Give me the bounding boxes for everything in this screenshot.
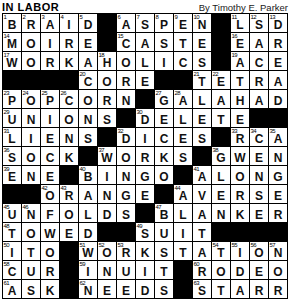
cell-letter: E — [160, 110, 168, 126]
grid-cell: T — [22, 242, 40, 260]
grid-cell: 33R — [231, 128, 249, 146]
cell-number: 44 — [175, 185, 181, 191]
cell-number: 60 — [194, 261, 200, 267]
cell-letter: O — [45, 243, 54, 259]
cell-letter: S — [27, 281, 35, 297]
cell-number: 46 — [23, 204, 29, 210]
grid-cell: 1B — [3, 14, 21, 32]
grid-cell: I — [41, 33, 59, 51]
grid-cell: I — [136, 128, 154, 146]
grid-cell: S — [155, 280, 173, 298]
cell-letter: W — [234, 148, 245, 164]
cell-letter: K — [141, 243, 150, 259]
grid-cell: 11L — [231, 14, 249, 32]
cell-number: 24 — [23, 90, 29, 96]
black-cell — [212, 14, 230, 32]
grid-cell: T — [231, 71, 249, 89]
grid-cell: E — [269, 52, 287, 70]
cell-letter: A — [198, 243, 207, 259]
cell-letter: A — [274, 72, 283, 88]
cell-letter: E — [141, 72, 149, 88]
grid-cell: A — [193, 204, 211, 222]
cell-letter: S — [84, 129, 92, 145]
cell-letter: O — [26, 148, 35, 164]
cell-letter: N — [84, 110, 93, 126]
cell-letter: S — [160, 243, 168, 259]
cell-number: 51 — [80, 242, 86, 248]
crossword-grid: 1B2R3A4I5D6A7S8P9E10N11L12S13D14MOIRE15C… — [2, 13, 288, 299]
cell-number: 59 — [80, 261, 86, 267]
grid-cell: 2R — [22, 14, 40, 32]
grid-cell: 37W — [98, 147, 116, 165]
grid-cell: 19A — [231, 52, 249, 70]
grid-cell: 55I — [231, 242, 249, 260]
cell-letter: E — [46, 167, 54, 183]
cell-letter: O — [121, 148, 130, 164]
grid-cell: 22E — [212, 71, 230, 89]
cell-letter: A — [141, 34, 150, 50]
grid-cell: G — [117, 185, 135, 203]
cell-letter: T — [217, 281, 224, 297]
cell-letter: E — [198, 110, 206, 126]
cell-letter: L — [84, 205, 91, 221]
grid-cell: A — [212, 90, 230, 108]
black-cell — [98, 223, 116, 241]
cell-number: 6 — [118, 14, 121, 20]
black-cell — [212, 52, 230, 70]
cell-letter: S — [198, 129, 206, 145]
grid-cell: E — [60, 223, 78, 241]
cell-letter: C — [179, 53, 188, 69]
grid-cell: 30D — [136, 109, 154, 127]
cell-letter: A — [84, 186, 93, 202]
cell-letter: O — [216, 262, 225, 278]
cell-number: 11 — [232, 14, 237, 20]
grid-cell: A — [250, 90, 268, 108]
cell-letter: R — [274, 34, 283, 50]
black-cell — [22, 71, 40, 89]
grid-cell: 46N — [22, 204, 40, 222]
cell-number: 8 — [156, 14, 159, 20]
grid-cell: A — [79, 52, 97, 70]
grid-cell: I — [136, 261, 154, 279]
cell-letter: I — [162, 53, 165, 69]
black-cell — [60, 71, 78, 89]
grid-cell: U — [155, 223, 173, 241]
grid-cell: D — [136, 280, 154, 298]
grid-cell: S — [155, 33, 173, 51]
grid-cell: K — [136, 242, 154, 260]
cell-number: 15 — [118, 33, 124, 39]
cell-letter: T — [8, 224, 15, 240]
grid-cell: A — [79, 185, 97, 203]
grid-cell: 3A — [41, 14, 59, 32]
grid-cell: S — [193, 52, 211, 70]
grid-cell: 6A — [117, 14, 135, 32]
grid-cell: T — [174, 242, 192, 260]
cell-letter: T — [236, 72, 243, 88]
grid-cell: S — [250, 185, 268, 203]
cell-letter: S — [122, 205, 130, 221]
cell-letter: O — [83, 91, 92, 107]
grid-cell: R — [269, 204, 287, 222]
cell-number: 28 — [175, 90, 181, 96]
grid-cell: N — [22, 166, 40, 184]
black-cell — [193, 147, 211, 165]
grid-cell: D — [98, 204, 116, 222]
cell-letter: S — [198, 53, 206, 69]
cell-letter: R — [46, 262, 55, 278]
grid-cell: K — [60, 52, 78, 70]
cell-letter: A — [122, 15, 131, 31]
grid-cell: E — [174, 128, 192, 146]
grid-cell: O — [22, 33, 40, 51]
cell-number: 14 — [4, 33, 10, 39]
cell-letter: A — [198, 205, 207, 221]
grid-cell: E — [250, 147, 268, 165]
grid-cell: 58C — [3, 261, 21, 279]
cell-letter: O — [26, 224, 35, 240]
cell-letter: T — [198, 224, 205, 240]
grid-cell: G — [136, 166, 154, 184]
grid-cell: E — [41, 128, 59, 146]
grid-cell: E — [231, 109, 249, 127]
cell-letter: I — [86, 262, 89, 278]
grid-cell: L — [174, 109, 192, 127]
grid-cell: 7S — [136, 14, 154, 32]
black-cell — [174, 166, 192, 184]
black-cell — [136, 204, 154, 222]
grid-cell: 62N — [79, 280, 97, 298]
cell-letter: E — [255, 262, 263, 278]
black-cell — [98, 128, 116, 146]
cell-letter: I — [143, 262, 146, 278]
grid-cell: L — [174, 204, 192, 222]
grid-cell: R — [250, 280, 268, 298]
grid-cell: S — [155, 242, 173, 260]
grid-cell: T — [212, 109, 230, 127]
black-cell — [250, 223, 268, 241]
cell-number: 52 — [99, 242, 105, 248]
grid-cell: H — [231, 90, 249, 108]
cell-number: 13 — [270, 14, 276, 20]
grid-cell: C — [250, 52, 268, 70]
grid-cell: 45U — [3, 204, 21, 222]
grid-cell: O — [60, 109, 78, 127]
cell-letter: T — [160, 262, 167, 278]
cell-letter: I — [48, 34, 51, 50]
grid-cell: N — [22, 109, 40, 127]
grid-cell: C — [41, 147, 59, 165]
grid-cell: C — [155, 128, 173, 146]
cell-letter: R — [274, 205, 283, 221]
grid-cell: E — [136, 71, 154, 89]
puzzle-byline: By Timothy E. Parker — [199, 2, 288, 13]
grid-cell: R — [136, 147, 154, 165]
cell-letter: A — [255, 91, 264, 107]
grid-cell: I — [41, 109, 59, 127]
cell-number: 23 — [4, 90, 10, 96]
black-cell — [269, 223, 287, 241]
cell-letter: H — [236, 91, 245, 107]
cell-letter: E — [179, 129, 187, 145]
grid-cell: 40B — [79, 166, 97, 184]
cell-letter: S — [160, 281, 168, 297]
cell-letter: N — [27, 167, 36, 183]
grid-cell: O — [98, 71, 116, 89]
grid-cell: 60R — [193, 261, 211, 279]
grid-cell: 36S — [3, 147, 21, 165]
grid-cell: R — [269, 280, 287, 298]
cell-number: 45 — [4, 204, 10, 210]
cell-letter: G — [140, 167, 149, 183]
cell-number: 31 — [4, 128, 10, 134]
cell-letter: L — [198, 91, 205, 107]
grid-cell: 14M — [3, 33, 21, 51]
grid-cell: O — [22, 52, 40, 70]
black-cell — [136, 90, 154, 108]
grid-cell: L — [212, 166, 230, 184]
grid-cell: 54T — [212, 242, 230, 260]
cell-number: 37 — [99, 147, 105, 153]
cell-letter: R — [255, 72, 264, 88]
cell-letter: E — [217, 186, 225, 202]
grid-cell: A — [136, 33, 154, 51]
grid-cell: O — [117, 52, 135, 70]
cell-number: 35 — [270, 128, 276, 134]
cell-letter: T — [198, 72, 205, 88]
grid-cell: 61A — [3, 280, 21, 298]
cell-letter: N — [217, 205, 226, 221]
cell-letter: S — [160, 34, 168, 50]
cell-number: 18 — [99, 52, 105, 58]
grid-cell: O — [269, 261, 287, 279]
black-cell — [231, 223, 249, 241]
grid-cell: L — [136, 52, 154, 70]
cell-number: 19 — [232, 52, 238, 58]
cell-letter: T — [179, 34, 186, 50]
black-cell — [212, 33, 230, 51]
grid-cell: 44A — [174, 185, 192, 203]
cell-number: 57 — [270, 242, 276, 248]
cell-letter: T — [27, 243, 34, 259]
cell-letter: C — [46, 148, 55, 164]
cell-number: 30 — [137, 109, 143, 115]
cell-letter: F — [46, 205, 53, 221]
cell-letter: O — [64, 110, 73, 126]
cell-number: 56 — [251, 242, 257, 248]
cell-number: 63 — [194, 280, 200, 286]
grid-cell: T — [155, 261, 173, 279]
grid-cell: E — [41, 166, 59, 184]
grid-cell: D — [79, 223, 97, 241]
grid-cell: N — [60, 128, 78, 146]
black-cell — [117, 109, 135, 127]
cell-number: 50 — [4, 242, 10, 248]
grid-cell: N — [269, 147, 287, 165]
cell-letter: R — [65, 34, 74, 50]
cell-number: 49 — [137, 223, 143, 229]
cell-letter: R — [255, 281, 264, 297]
crossword-solution-page: IN LABOR By Timothy E. Parker 1B2R3A4I5D… — [0, 0, 290, 300]
black-cell — [60, 166, 78, 184]
cell-number: 16 — [232, 33, 238, 39]
cell-letter: E — [46, 129, 54, 145]
grid-cell: 47B — [155, 204, 173, 222]
cell-number: 25 — [42, 90, 48, 96]
grid-cell: 25P — [41, 90, 59, 108]
cell-number: 34 — [251, 128, 257, 134]
cell-number: 22 — [213, 71, 219, 77]
cell-number: 26 — [61, 90, 67, 96]
cell-letter: D — [103, 205, 112, 221]
grid-cell: 10N — [193, 14, 211, 32]
cell-letter: S — [179, 148, 187, 164]
grid-cell: 24O — [22, 90, 40, 108]
cell-letter: E — [141, 186, 149, 202]
cell-letter: L — [141, 53, 148, 69]
black-cell — [60, 242, 78, 260]
black-cell — [212, 128, 230, 146]
cell-number: 12 — [251, 14, 257, 20]
grid-cell: D — [269, 90, 287, 108]
grid-cell: 17W — [3, 52, 21, 70]
black-cell — [79, 147, 97, 165]
cell-letter: E — [255, 148, 263, 164]
grid-cell: 8P — [155, 14, 173, 32]
cell-letter: T — [179, 243, 186, 259]
black-cell — [98, 14, 116, 32]
cell-number: 42 — [42, 185, 48, 191]
cell-number: 10 — [194, 14, 200, 20]
grid-cell: S — [117, 204, 135, 222]
cell-number: 38 — [213, 147, 219, 153]
grid-cell: I — [155, 52, 173, 70]
grid-cell: L — [193, 90, 211, 108]
grid-cell: T — [174, 33, 192, 51]
grid-cell: S — [22, 280, 40, 298]
black-cell — [3, 71, 21, 89]
grid-cell: 5D — [79, 14, 97, 32]
cell-letter: D — [84, 15, 93, 31]
grid-cell: R — [98, 90, 116, 108]
cell-number: 47 — [156, 204, 162, 210]
grid-cell: 12S — [250, 14, 268, 32]
cell-letter: K — [46, 281, 55, 297]
black-cell — [250, 109, 268, 127]
grid-cell: 52O — [98, 242, 116, 260]
grid-cell: 18H — [98, 52, 116, 70]
grid-cell: O — [60, 204, 78, 222]
cell-letter: D — [236, 262, 245, 278]
grid-cell: O — [231, 166, 249, 184]
grid-cell: R — [269, 33, 287, 51]
grid-cell: O — [212, 261, 230, 279]
cell-number: 29 — [4, 109, 10, 115]
grid-cell: G — [269, 166, 287, 184]
cell-letter: R — [122, 72, 131, 88]
cell-letter: L — [8, 129, 15, 145]
grid-cell: 53R — [117, 242, 135, 260]
cell-letter: R — [46, 53, 55, 69]
grid-cell: 41A — [193, 166, 211, 184]
grid-cell: 23P — [3, 90, 21, 108]
cell-number: 32 — [118, 128, 124, 134]
grid-cell: T — [193, 223, 211, 241]
cell-number: 58 — [4, 261, 10, 267]
black-cell — [60, 280, 78, 298]
grid-cell: O — [117, 147, 135, 165]
grid-cell: 63S — [193, 280, 211, 298]
cell-letter: N — [122, 91, 131, 107]
cell-letter: E — [255, 205, 263, 221]
cell-number: 2 — [23, 14, 26, 20]
cell-number: 17 — [4, 52, 10, 58]
grid-cell: E — [136, 185, 154, 203]
cell-letter: N — [122, 167, 131, 183]
cell-number: 20 — [80, 71, 86, 77]
grid-cell: R — [41, 52, 59, 70]
cell-letter: E — [274, 53, 282, 69]
grid-cell: K — [155, 147, 173, 165]
grid-cell: E — [269, 185, 287, 203]
black-cell — [174, 280, 192, 298]
cell-letter: R — [141, 148, 150, 164]
grid-cell: I — [174, 223, 192, 241]
cell-letter: D — [274, 91, 283, 107]
cell-letter: K — [236, 205, 245, 221]
cell-letter: U — [122, 262, 131, 278]
grid-cell: W — [41, 223, 59, 241]
grid-cell: R — [231, 185, 249, 203]
cell-letter: R — [274, 281, 283, 297]
grid-cell: 59I — [79, 261, 97, 279]
black-cell — [269, 109, 287, 127]
grid-cell: E — [98, 280, 116, 298]
cell-letter: W — [44, 224, 55, 240]
cell-number: 9 — [175, 14, 178, 20]
cell-letter: K — [65, 148, 74, 164]
cell-letter: T — [217, 243, 224, 259]
cell-letter: E — [65, 224, 73, 240]
cell-letter: O — [64, 205, 73, 221]
grid-cell: S — [193, 128, 211, 146]
cell-letter: U — [160, 224, 169, 240]
cell-letter: E — [122, 281, 130, 297]
black-cell — [155, 185, 173, 203]
grid-cell: O — [79, 90, 97, 108]
cell-letter: O — [26, 53, 35, 69]
grid-cell: 27G — [155, 90, 173, 108]
cell-letter: N — [274, 148, 283, 164]
grid-cell: 56O — [250, 242, 268, 260]
grid-cell: 4I — [60, 14, 78, 32]
grid-cell: E — [193, 33, 211, 51]
cell-number: 39 — [4, 166, 10, 172]
cell-letter: O — [102, 72, 111, 88]
cell-letter: R — [103, 91, 112, 107]
grid-cell: A — [231, 280, 249, 298]
cell-number: 21 — [194, 71, 200, 77]
cell-letter: I — [181, 224, 184, 240]
grid-cell: O — [22, 147, 40, 165]
cell-letter: I — [105, 167, 108, 183]
grid-cell: 28A — [174, 90, 192, 108]
grid-cell: F — [41, 204, 59, 222]
grid-cell: S — [79, 128, 97, 146]
cell-number: 33 — [232, 128, 238, 134]
grid-cell: A — [250, 33, 268, 51]
